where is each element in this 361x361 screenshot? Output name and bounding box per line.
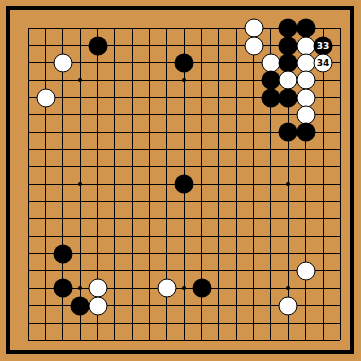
- intersection-19-6[interactable]: [332, 106, 349, 123]
- intersection-18-5[interactable]: [314, 89, 331, 106]
- intersection-4-7[interactable]: [72, 124, 89, 141]
- intersection-15-8[interactable]: [262, 141, 279, 158]
- intersection-9-14[interactable]: [158, 245, 175, 262]
- intersection-6-5[interactable]: [106, 89, 123, 106]
- intersection-6-10[interactable]: [106, 176, 123, 193]
- intersection-14-16[interactable]: [245, 280, 262, 297]
- intersection-6-6[interactable]: [106, 106, 123, 123]
- intersection-3-3[interactable]: [54, 54, 71, 71]
- intersection-17-13[interactable]: [297, 228, 314, 245]
- intersection-4-12[interactable]: [72, 210, 89, 227]
- intersection-6-3[interactable]: [106, 54, 123, 71]
- intersection-16-7[interactable]: [280, 124, 297, 141]
- intersection-18-17[interactable]: [314, 297, 331, 314]
- intersection-7-11[interactable]: [124, 193, 141, 210]
- intersection-5-13[interactable]: [89, 228, 106, 245]
- intersection-14-3[interactable]: [245, 54, 262, 71]
- intersection-16-2[interactable]: [280, 37, 297, 54]
- intersection-1-4[interactable]: [20, 72, 37, 89]
- intersection-2-18[interactable]: [37, 314, 54, 331]
- intersection-17-16[interactable]: [297, 280, 314, 297]
- intersection-9-4[interactable]: [158, 72, 175, 89]
- intersection-13-11[interactable]: [228, 193, 245, 210]
- intersection-2-8[interactable]: [37, 141, 54, 158]
- intersection-15-1[interactable]: [262, 20, 279, 37]
- intersection-10-11[interactable]: [176, 193, 193, 210]
- intersection-14-6[interactable]: [245, 106, 262, 123]
- intersection-14-9[interactable]: [245, 158, 262, 175]
- intersection-4-5[interactable]: [72, 89, 89, 106]
- intersection-17-4[interactable]: [297, 72, 314, 89]
- intersection-1-7[interactable]: [20, 124, 37, 141]
- intersection-11-10[interactable]: [193, 176, 210, 193]
- intersection-11-3[interactable]: [193, 54, 210, 71]
- intersection-12-6[interactable]: [210, 106, 227, 123]
- intersection-16-14[interactable]: [280, 245, 297, 262]
- intersection-17-12[interactable]: [297, 210, 314, 227]
- intersection-1-5[interactable]: [20, 89, 37, 106]
- intersection-15-17[interactable]: [262, 297, 279, 314]
- intersection-17-17[interactable]: [297, 297, 314, 314]
- intersection-16-6[interactable]: [280, 106, 297, 123]
- intersection-13-4[interactable]: [228, 72, 245, 89]
- intersection-18-11[interactable]: [314, 193, 331, 210]
- intersection-14-18[interactable]: [245, 314, 262, 331]
- intersection-7-10[interactable]: [124, 176, 141, 193]
- intersection-15-18[interactable]: [262, 314, 279, 331]
- intersection-4-18[interactable]: [72, 314, 89, 331]
- intersection-3-8[interactable]: [54, 141, 71, 158]
- intersection-18-6[interactable]: [314, 106, 331, 123]
- intersection-11-11[interactable]: [193, 193, 210, 210]
- intersection-2-14[interactable]: [37, 245, 54, 262]
- intersection-15-4[interactable]: [262, 72, 279, 89]
- intersection-1-8[interactable]: [20, 141, 37, 158]
- intersection-4-3[interactable]: [72, 54, 89, 71]
- intersection-15-5[interactable]: [262, 89, 279, 106]
- intersection-9-5[interactable]: [158, 89, 175, 106]
- intersection-19-17[interactable]: [332, 297, 349, 314]
- intersection-9-18[interactable]: [158, 314, 175, 331]
- intersection-13-12[interactable]: [228, 210, 245, 227]
- intersection-12-11[interactable]: [210, 193, 227, 210]
- intersection-10-19[interactable]: [176, 332, 193, 349]
- intersection-3-15[interactable]: [54, 262, 71, 279]
- intersection-2-19[interactable]: [37, 332, 54, 349]
- intersection-16-1[interactable]: [280, 20, 297, 37]
- intersection-9-11[interactable]: [158, 193, 175, 210]
- intersection-13-3[interactable]: [228, 54, 245, 71]
- intersection-16-12[interactable]: [280, 210, 297, 227]
- intersection-6-8[interactable]: [106, 141, 123, 158]
- intersection-13-18[interactable]: [228, 314, 245, 331]
- intersection-16-4[interactable]: [280, 72, 297, 89]
- intersection-3-13[interactable]: [54, 228, 71, 245]
- intersection-4-16[interactable]: [72, 280, 89, 297]
- intersection-18-8[interactable]: [314, 141, 331, 158]
- intersection-7-13[interactable]: [124, 228, 141, 245]
- intersection-14-13[interactable]: [245, 228, 262, 245]
- intersection-8-14[interactable]: [141, 245, 158, 262]
- intersection-3-4[interactable]: [54, 72, 71, 89]
- intersection-14-19[interactable]: [245, 332, 262, 349]
- intersection-13-17[interactable]: [228, 297, 245, 314]
- intersection-19-19[interactable]: [332, 332, 349, 349]
- intersection-4-8[interactable]: [72, 141, 89, 158]
- intersection-8-15[interactable]: [141, 262, 158, 279]
- intersection-8-10[interactable]: [141, 176, 158, 193]
- intersection-5-11[interactable]: [89, 193, 106, 210]
- intersection-16-11[interactable]: [280, 193, 297, 210]
- intersection-4-10[interactable]: [72, 176, 89, 193]
- intersection-17-14[interactable]: [297, 245, 314, 262]
- intersection-13-6[interactable]: [228, 106, 245, 123]
- intersection-19-7[interactable]: [332, 124, 349, 141]
- intersection-4-13[interactable]: [72, 228, 89, 245]
- intersection-9-6[interactable]: [158, 106, 175, 123]
- intersection-18-12[interactable]: [314, 210, 331, 227]
- intersection-13-1[interactable]: [228, 20, 245, 37]
- intersection-4-11[interactable]: [72, 193, 89, 210]
- intersection-5-4[interactable]: [89, 72, 106, 89]
- intersection-11-12[interactable]: [193, 210, 210, 227]
- intersection-19-12[interactable]: [332, 210, 349, 227]
- intersection-1-12[interactable]: [20, 210, 37, 227]
- intersection-19-3[interactable]: [332, 54, 349, 71]
- intersection-10-6[interactable]: [176, 106, 193, 123]
- intersection-14-15[interactable]: [245, 262, 262, 279]
- intersection-5-1[interactable]: [89, 20, 106, 37]
- intersection-12-12[interactable]: [210, 210, 227, 227]
- intersection-11-1[interactable]: [193, 20, 210, 37]
- intersection-18-1[interactable]: [314, 20, 331, 37]
- intersection-13-2[interactable]: [228, 37, 245, 54]
- intersection-16-15[interactable]: [280, 262, 297, 279]
- intersection-19-9[interactable]: [332, 158, 349, 175]
- intersection-5-7[interactable]: [89, 124, 106, 141]
- intersection-2-3[interactable]: [37, 54, 54, 71]
- intersection-2-16[interactable]: [37, 280, 54, 297]
- intersection-7-5[interactable]: [124, 89, 141, 106]
- intersection-3-2[interactable]: [54, 37, 71, 54]
- intersection-13-7[interactable]: [228, 124, 245, 141]
- intersection-18-13[interactable]: [314, 228, 331, 245]
- intersection-18-9[interactable]: [314, 158, 331, 175]
- intersection-7-15[interactable]: [124, 262, 141, 279]
- intersection-18-15[interactable]: [314, 262, 331, 279]
- intersection-1-16[interactable]: [20, 280, 37, 297]
- intersection-11-5[interactable]: [193, 89, 210, 106]
- intersection-10-10[interactable]: [176, 176, 193, 193]
- intersection-2-1[interactable]: [37, 20, 54, 37]
- intersection-7-14[interactable]: [124, 245, 141, 262]
- intersection-19-2[interactable]: [332, 37, 349, 54]
- intersection-16-18[interactable]: [280, 314, 297, 331]
- intersection-8-3[interactable]: [141, 54, 158, 71]
- intersection-11-18[interactable]: [193, 314, 210, 331]
- intersection-12-15[interactable]: [210, 262, 227, 279]
- intersection-8-8[interactable]: [141, 141, 158, 158]
- intersection-1-1[interactable]: [20, 20, 37, 37]
- intersection-4-1[interactable]: [72, 20, 89, 37]
- intersection-14-10[interactable]: [245, 176, 262, 193]
- intersection-9-15[interactable]: [158, 262, 175, 279]
- intersection-5-14[interactable]: [89, 245, 106, 262]
- intersection-3-12[interactable]: [54, 210, 71, 227]
- intersection-8-7[interactable]: [141, 124, 158, 141]
- intersection-10-15[interactable]: [176, 262, 193, 279]
- intersection-2-15[interactable]: [37, 262, 54, 279]
- intersection-7-1[interactable]: [124, 20, 141, 37]
- intersection-15-16[interactable]: [262, 280, 279, 297]
- intersection-5-9[interactable]: [89, 158, 106, 175]
- intersection-17-15[interactable]: [297, 262, 314, 279]
- intersection-5-10[interactable]: [89, 176, 106, 193]
- intersection-7-6[interactable]: [124, 106, 141, 123]
- intersection-6-17[interactable]: [106, 297, 123, 314]
- intersection-8-9[interactable]: [141, 158, 158, 175]
- intersection-2-6[interactable]: [37, 106, 54, 123]
- intersection-6-18[interactable]: [106, 314, 123, 331]
- intersection-13-8[interactable]: [228, 141, 245, 158]
- intersection-12-3[interactable]: [210, 54, 227, 71]
- intersection-10-16[interactable]: [176, 280, 193, 297]
- intersection-19-1[interactable]: [332, 20, 349, 37]
- intersection-1-2[interactable]: [20, 37, 37, 54]
- intersection-5-8[interactable]: [89, 141, 106, 158]
- intersection-16-8[interactable]: [280, 141, 297, 158]
- intersection-5-3[interactable]: [89, 54, 106, 71]
- intersection-17-10[interactable]: [297, 176, 314, 193]
- intersection-18-19[interactable]: [314, 332, 331, 349]
- intersection-7-18[interactable]: [124, 314, 141, 331]
- intersection-17-2[interactable]: [297, 37, 314, 54]
- intersection-18-7[interactable]: [314, 124, 331, 141]
- intersection-17-19[interactable]: [297, 332, 314, 349]
- intersection-10-17[interactable]: [176, 297, 193, 314]
- intersection-15-14[interactable]: [262, 245, 279, 262]
- intersection-12-5[interactable]: [210, 89, 227, 106]
- intersection-12-4[interactable]: [210, 72, 227, 89]
- intersection-18-10[interactable]: [314, 176, 331, 193]
- intersection-2-13[interactable]: [37, 228, 54, 245]
- intersection-5-16[interactable]: [89, 280, 106, 297]
- intersection-14-17[interactable]: [245, 297, 262, 314]
- intersection-16-9[interactable]: [280, 158, 297, 175]
- intersection-16-16[interactable]: [280, 280, 297, 297]
- intersection-11-4[interactable]: [193, 72, 210, 89]
- intersection-12-17[interactable]: [210, 297, 227, 314]
- intersection-10-9[interactable]: [176, 158, 193, 175]
- intersection-9-2[interactable]: [158, 37, 175, 54]
- intersection-15-3[interactable]: [262, 54, 279, 71]
- intersection-15-12[interactable]: [262, 210, 279, 227]
- intersection-10-13[interactable]: [176, 228, 193, 245]
- intersection-6-4[interactable]: [106, 72, 123, 89]
- intersection-19-8[interactable]: [332, 141, 349, 158]
- intersection-12-7[interactable]: [210, 124, 227, 141]
- intersection-12-9[interactable]: [210, 158, 227, 175]
- intersection-11-15[interactable]: [193, 262, 210, 279]
- intersection-2-11[interactable]: [37, 193, 54, 210]
- intersection-11-19[interactable]: [193, 332, 210, 349]
- intersection-6-19[interactable]: [106, 332, 123, 349]
- intersection-15-10[interactable]: [262, 176, 279, 193]
- intersection-16-5[interactable]: [280, 89, 297, 106]
- intersection-3-18[interactable]: [54, 314, 71, 331]
- intersection-14-8[interactable]: [245, 141, 262, 158]
- intersection-8-19[interactable]: [141, 332, 158, 349]
- intersection-6-2[interactable]: [106, 37, 123, 54]
- intersection-11-8[interactable]: [193, 141, 210, 158]
- intersection-14-14[interactable]: [245, 245, 262, 262]
- intersection-3-16[interactable]: [54, 280, 71, 297]
- intersection-9-9[interactable]: [158, 158, 175, 175]
- intersection-6-15[interactable]: [106, 262, 123, 279]
- intersection-12-8[interactable]: [210, 141, 227, 158]
- intersection-10-12[interactable]: [176, 210, 193, 227]
- intersection-3-14[interactable]: [54, 245, 71, 262]
- intersection-8-12[interactable]: [141, 210, 158, 227]
- intersection-6-14[interactable]: [106, 245, 123, 262]
- intersection-14-5[interactable]: [245, 89, 262, 106]
- intersection-14-4[interactable]: [245, 72, 262, 89]
- intersection-13-19[interactable]: [228, 332, 245, 349]
- intersection-2-17[interactable]: [37, 297, 54, 314]
- intersection-7-4[interactable]: [124, 72, 141, 89]
- intersection-11-16[interactable]: [193, 280, 210, 297]
- intersection-12-16[interactable]: [210, 280, 227, 297]
- intersection-2-10[interactable]: [37, 176, 54, 193]
- intersection-6-11[interactable]: [106, 193, 123, 210]
- intersection-7-16[interactable]: [124, 280, 141, 297]
- intersection-13-10[interactable]: [228, 176, 245, 193]
- intersection-9-17[interactable]: [158, 297, 175, 314]
- intersection-8-11[interactable]: [141, 193, 158, 210]
- intersection-5-15[interactable]: [89, 262, 106, 279]
- intersection-8-13[interactable]: [141, 228, 158, 245]
- intersection-7-17[interactable]: [124, 297, 141, 314]
- intersection-19-5[interactable]: [332, 89, 349, 106]
- intersection-16-13[interactable]: [280, 228, 297, 245]
- intersection-6-7[interactable]: [106, 124, 123, 141]
- intersection-10-1[interactable]: [176, 20, 193, 37]
- intersection-8-18[interactable]: [141, 314, 158, 331]
- intersection-7-2[interactable]: [124, 37, 141, 54]
- intersection-7-3[interactable]: [124, 54, 141, 71]
- intersection-13-14[interactable]: [228, 245, 245, 262]
- intersection-17-7[interactable]: [297, 124, 314, 141]
- intersection-10-2[interactable]: [176, 37, 193, 54]
- intersection-17-9[interactable]: [297, 158, 314, 175]
- intersection-15-9[interactable]: [262, 158, 279, 175]
- intersection-4-2[interactable]: [72, 37, 89, 54]
- intersection-18-18[interactable]: [314, 314, 331, 331]
- intersection-2-4[interactable]: [37, 72, 54, 89]
- intersection-10-3[interactable]: [176, 54, 193, 71]
- intersection-4-14[interactable]: [72, 245, 89, 262]
- intersection-2-7[interactable]: [37, 124, 54, 141]
- intersection-15-15[interactable]: [262, 262, 279, 279]
- intersection-15-13[interactable]: [262, 228, 279, 245]
- intersection-12-14[interactable]: [210, 245, 227, 262]
- intersection-9-16[interactable]: [158, 280, 175, 297]
- intersection-15-19[interactable]: [262, 332, 279, 349]
- intersection-8-2[interactable]: [141, 37, 158, 54]
- intersection-8-4[interactable]: [141, 72, 158, 89]
- intersection-13-15[interactable]: [228, 262, 245, 279]
- intersection-10-5[interactable]: [176, 89, 193, 106]
- intersection-12-1[interactable]: [210, 20, 227, 37]
- intersection-15-2[interactable]: [262, 37, 279, 54]
- intersection-9-10[interactable]: [158, 176, 175, 193]
- intersection-4-9[interactable]: [72, 158, 89, 175]
- intersection-14-2[interactable]: [245, 37, 262, 54]
- intersection-14-12[interactable]: [245, 210, 262, 227]
- intersection-4-15[interactable]: [72, 262, 89, 279]
- intersection-10-14[interactable]: [176, 245, 193, 262]
- intersection-11-17[interactable]: [193, 297, 210, 314]
- intersection-1-6[interactable]: [20, 106, 37, 123]
- intersection-7-19[interactable]: [124, 332, 141, 349]
- intersection-12-13[interactable]: [210, 228, 227, 245]
- intersection-1-3[interactable]: [20, 54, 37, 71]
- intersection-19-4[interactable]: [332, 72, 349, 89]
- intersection-1-15[interactable]: [20, 262, 37, 279]
- intersection-3-5[interactable]: [54, 89, 71, 106]
- intersection-13-9[interactable]: [228, 158, 245, 175]
- intersection-1-9[interactable]: [20, 158, 37, 175]
- intersection-2-9[interactable]: [37, 158, 54, 175]
- intersection-9-7[interactable]: [158, 124, 175, 141]
- intersection-12-18[interactable]: [210, 314, 227, 331]
- intersection-6-9[interactable]: [106, 158, 123, 175]
- intersection-4-17[interactable]: [72, 297, 89, 314]
- intersection-16-3[interactable]: [280, 54, 297, 71]
- intersection-5-5[interactable]: [89, 89, 106, 106]
- intersection-1-11[interactable]: [20, 193, 37, 210]
- intersection-7-8[interactable]: [124, 141, 141, 158]
- intersection-6-16[interactable]: [106, 280, 123, 297]
- intersection-9-8[interactable]: [158, 141, 175, 158]
- intersection-15-11[interactable]: [262, 193, 279, 210]
- intersection-11-14[interactable]: [193, 245, 210, 262]
- intersection-18-4[interactable]: [314, 72, 331, 89]
- intersection-17-1[interactable]: [297, 20, 314, 37]
- intersection-9-19[interactable]: [158, 332, 175, 349]
- intersection-3-9[interactable]: [54, 158, 71, 175]
- intersection-3-10[interactable]: [54, 176, 71, 193]
- intersection-12-10[interactable]: [210, 176, 227, 193]
- intersection-14-11[interactable]: [245, 193, 262, 210]
- intersection-5-18[interactable]: [89, 314, 106, 331]
- intersection-19-18[interactable]: [332, 314, 349, 331]
- intersection-16-19[interactable]: [280, 332, 297, 349]
- intersection-13-13[interactable]: [228, 228, 245, 245]
- intersection-13-16[interactable]: [228, 280, 245, 297]
- intersection-6-1[interactable]: [106, 20, 123, 37]
- intersection-15-6[interactable]: [262, 106, 279, 123]
- intersection-5-2[interactable]: [89, 37, 106, 54]
- intersection-2-5[interactable]: [37, 89, 54, 106]
- intersection-4-4[interactable]: [72, 72, 89, 89]
- intersection-10-18[interactable]: [176, 314, 193, 331]
- intersection-3-1[interactable]: [54, 20, 71, 37]
- intersection-13-5[interactable]: [228, 89, 245, 106]
- intersection-11-2[interactable]: [193, 37, 210, 54]
- intersection-1-14[interactable]: [20, 245, 37, 262]
- intersection-1-18[interactable]: [20, 314, 37, 331]
